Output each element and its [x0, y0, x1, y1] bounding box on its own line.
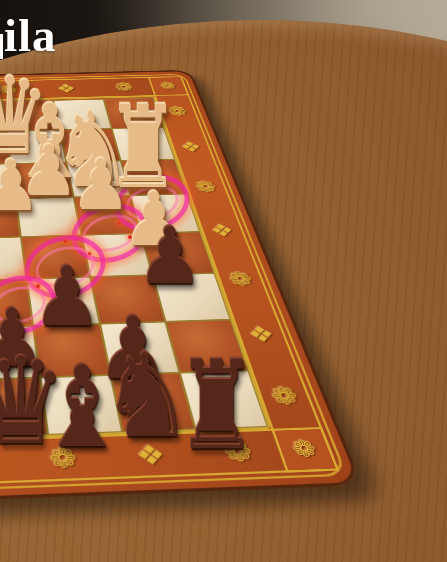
piece-black-bishop-c8[interactable]: ♝ — [37, 351, 127, 463]
piece-white-pawn-d3[interactable]: ♟ — [0, 151, 41, 221]
pieces-overlay: ila ♛♝♞♜♟♟♟♟♟♟♟♟♞♛♝♜ — [0, 0, 447, 562]
spark-particle — [64, 240, 67, 243]
piece-black-pawn-a5[interactable]: ♟ — [137, 217, 203, 295]
app-title-fragment: ila — [4, 12, 57, 59]
game-screenshot: ❁❖❁❖❁❖❁ ❁❖❁❖❁❖❁ ❁❖❁❖❁❖❁ ❁❖❁❖❁❖❁ ❁ ❁ ❁ ❁ … — [0, 0, 447, 562]
piece-black-rook-a8[interactable]: ♜ — [176, 345, 258, 467]
